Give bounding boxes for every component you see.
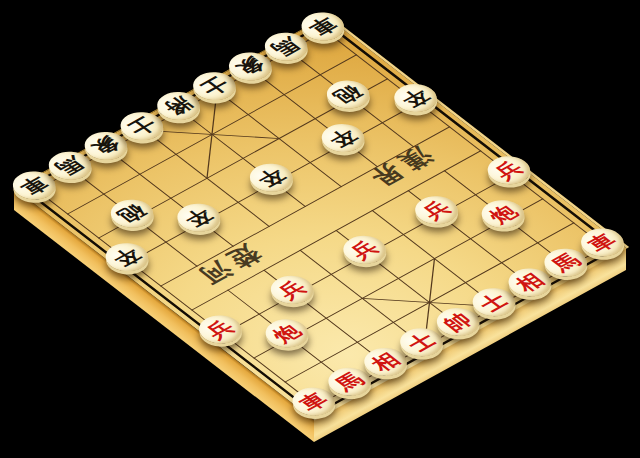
piece-character: 卒: [253, 166, 290, 190]
piece-character: 將: [159, 94, 196, 118]
piece-character: 卒: [180, 206, 217, 230]
piece-character: 相: [367, 350, 404, 374]
piece-character: 車: [583, 230, 620, 254]
piece-character: 象: [232, 54, 269, 78]
piece-character: 車: [295, 390, 332, 414]
piece-character: 炮: [485, 202, 522, 226]
piece-character: 帥: [439, 310, 476, 334]
piece-character: 馬: [268, 34, 305, 58]
piece-character: 兵: [202, 318, 239, 342]
piece-character: 炮: [269, 322, 306, 346]
board-grid: [15, 17, 627, 421]
xiangqi-board: 楚河 漢界 車馬象士將士象馬車砲砲卒卒卒卒卒兵兵兵兵兵炮炮車馬相士帥士相馬車: [14, 15, 629, 421]
piece-character: 車: [15, 173, 52, 197]
piece-character: 兵: [418, 198, 455, 222]
piece-character: 馬: [547, 250, 584, 274]
piece-character: 士: [475, 290, 512, 314]
piece-character: 砲: [113, 202, 150, 226]
piece-character: 卒: [108, 245, 145, 269]
piece-character: 兵: [274, 278, 311, 302]
piece-character: 兵: [346, 238, 383, 262]
piece-character: 砲: [330, 82, 367, 106]
piece-character: 士: [195, 74, 232, 98]
piece-character: 兵: [490, 158, 527, 182]
piece-character: 馬: [51, 154, 88, 178]
piece-character: 相: [511, 270, 548, 294]
piece-character: 卒: [325, 126, 362, 150]
piece-character: 馬: [331, 370, 368, 394]
piece-character: 卒: [397, 86, 434, 110]
piece-character: 士: [123, 114, 160, 138]
scene: 楚河 漢界 車馬象士將士象馬車砲砲卒卒卒卒卒兵兵兵兵兵炮炮車馬相士帥士相馬車: [0, 0, 640, 458]
piece-character: 車: [304, 14, 341, 38]
piece-character: 士: [403, 330, 440, 354]
piece-character: 象: [87, 134, 124, 158]
